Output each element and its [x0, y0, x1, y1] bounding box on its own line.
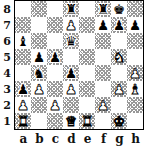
- square-d5[interactable]: [63, 49, 79, 65]
- square-a6[interactable]: ♝: [15, 33, 31, 49]
- rank-label-7: 7: [0, 18, 14, 34]
- piece-white-queen: ♛: [63, 113, 79, 129]
- piece-white-pawn: ♟: [31, 81, 47, 97]
- square-g6[interactable]: [111, 33, 127, 49]
- square-b8[interactable]: [31, 1, 47, 17]
- rank-label-1: 1: [0, 114, 14, 130]
- square-g3[interactable]: ♟: [111, 81, 127, 97]
- piece-white-pawn: ♟: [127, 65, 143, 81]
- square-e3[interactable]: [79, 81, 95, 97]
- square-f7[interactable]: ♟: [95, 17, 111, 33]
- square-c2[interactable]: ♟: [47, 97, 63, 113]
- file-label-c: c: [48, 131, 64, 148]
- file-label-e: e: [80, 131, 96, 148]
- square-b5[interactable]: ♟: [31, 49, 47, 65]
- square-h7[interactable]: ♟: [127, 17, 143, 33]
- file-label-a: a: [16, 131, 32, 148]
- piece-white-pawn: ♟: [47, 97, 63, 113]
- piece-white-king: ♚: [111, 113, 127, 129]
- square-d1[interactable]: ♛: [63, 113, 79, 129]
- square-a5[interactable]: [15, 49, 31, 65]
- square-e2[interactable]: [79, 97, 95, 113]
- piece-black-rook: ♜: [63, 1, 79, 17]
- square-h2[interactable]: [127, 97, 143, 113]
- piece-black-pawn: ♟: [111, 17, 127, 33]
- piece-white-pawn: ♟: [63, 81, 79, 97]
- square-h4[interactable]: ♟: [127, 65, 143, 81]
- rank-label-2: 2: [0, 98, 14, 114]
- square-b7[interactable]: [31, 17, 47, 33]
- piece-white-rook: ♜: [15, 113, 31, 129]
- file-label-h: h: [128, 131, 144, 148]
- square-a3[interactable]: ♟: [15, 81, 31, 97]
- piece-white-knight: ♞: [111, 49, 127, 65]
- piece-black-pawn: ♟: [63, 65, 79, 81]
- piece-black-pawn: ♟: [31, 49, 47, 65]
- square-d8[interactable]: ♜: [63, 1, 79, 17]
- square-f8[interactable]: ♜: [95, 1, 111, 17]
- piece-black-pawn: ♟: [47, 49, 63, 65]
- piece-black-pawn: ♟: [15, 81, 31, 97]
- square-a8[interactable]: [15, 1, 31, 17]
- square-c6[interactable]: [47, 33, 63, 49]
- file-label-f: f: [96, 131, 112, 148]
- square-b2[interactable]: [31, 97, 47, 113]
- chess-diagram: 87654321 ♜♜♚♟♟♟♟♝♛♟♟♞♞♟♟♟♟♟♟♝♟♟♟♜♛♜♚ abc…: [0, 0, 145, 148]
- square-c8[interactable]: [47, 1, 63, 17]
- square-c3[interactable]: [47, 81, 63, 97]
- piece-black-king: ♚: [111, 1, 127, 17]
- piece-white-pawn: ♟: [15, 97, 31, 113]
- square-b3[interactable]: ♟: [31, 81, 47, 97]
- square-e6[interactable]: [79, 33, 95, 49]
- file-label-g: g: [112, 131, 128, 148]
- piece-black-bishop: ♝: [15, 33, 31, 49]
- rank-label-3: 3: [0, 82, 14, 98]
- rank-label-8: 8: [0, 2, 14, 18]
- square-f6[interactable]: [95, 33, 111, 49]
- piece-white-pawn: ♟: [111, 81, 127, 97]
- square-a7[interactable]: [15, 17, 31, 33]
- piece-black-knight: ♞: [31, 65, 47, 81]
- square-f5[interactable]: [95, 49, 111, 65]
- square-h1[interactable]: [127, 113, 143, 129]
- piece-black-pawn: ♟: [95, 17, 111, 33]
- rank-label-6: 6: [0, 34, 14, 50]
- square-d4[interactable]: ♟: [63, 65, 79, 81]
- piece-black-rook: ♜: [95, 1, 111, 17]
- square-c5[interactable]: ♟: [47, 49, 63, 65]
- square-a1[interactable]: ♜: [15, 113, 31, 129]
- square-a2[interactable]: ♟: [15, 97, 31, 113]
- square-f2[interactable]: ♟: [95, 97, 111, 113]
- piece-white-pawn: ♟: [63, 17, 79, 33]
- square-d7[interactable]: ♟: [63, 17, 79, 33]
- file-label-d: d: [64, 131, 80, 148]
- file-label-b: b: [32, 131, 48, 148]
- square-c1[interactable]: [47, 113, 63, 129]
- square-h8[interactable]: [127, 1, 143, 17]
- chessboard: ♜♜♚♟♟♟♟♝♛♟♟♞♞♟♟♟♟♟♟♝♟♟♟♜♛♜♚: [14, 0, 144, 130]
- square-g2[interactable]: [111, 97, 127, 113]
- square-b4[interactable]: ♞: [31, 65, 47, 81]
- square-c4[interactable]: [47, 65, 63, 81]
- file-labels: abcdefgh: [14, 131, 145, 148]
- piece-white-pawn: ♟: [95, 97, 111, 113]
- rank-label-5: 5: [0, 50, 14, 66]
- chess-diagram-page: 87654321 ♜♜♚♟♟♟♟♝♛♟♟♞♞♟♟♟♟♟♟♝♟♟♟♜♛♜♚ abc…: [0, 0, 149, 149]
- square-a4[interactable]: [15, 65, 31, 81]
- square-d2[interactable]: [63, 97, 79, 113]
- square-g4[interactable]: [111, 65, 127, 81]
- square-b6[interactable]: [31, 33, 47, 49]
- square-e1[interactable]: ♜: [79, 113, 95, 129]
- square-h3[interactable]: ♝: [127, 81, 143, 97]
- square-b1[interactable]: [31, 113, 47, 129]
- square-h5[interactable]: [127, 49, 143, 65]
- square-g5[interactable]: ♞: [111, 49, 127, 65]
- square-g8[interactable]: ♚: [111, 1, 127, 17]
- rank-labels: 87654321: [0, 0, 14, 131]
- piece-white-rook: ♜: [79, 113, 95, 129]
- square-e8[interactable]: [79, 1, 95, 17]
- square-e7[interactable]: [79, 17, 95, 33]
- square-e4[interactable]: [79, 65, 95, 81]
- square-e5[interactable]: [79, 49, 95, 65]
- square-g7[interactable]: ♟: [111, 17, 127, 33]
- square-f1[interactable]: [95, 113, 111, 129]
- square-d6[interactable]: ♛: [63, 33, 79, 49]
- square-g1[interactable]: ♚: [111, 113, 127, 129]
- square-d3[interactable]: ♟: [63, 81, 79, 97]
- piece-black-queen: ♛: [63, 33, 79, 49]
- square-f4[interactable]: [95, 65, 111, 81]
- piece-white-bishop: ♝: [127, 81, 143, 97]
- piece-black-pawn: ♟: [127, 17, 143, 33]
- square-h6[interactable]: [127, 33, 143, 49]
- corner-spacer: [0, 131, 14, 148]
- rank-label-4: 4: [0, 66, 14, 82]
- square-f3[interactable]: [95, 81, 111, 97]
- square-c7[interactable]: [47, 17, 63, 33]
